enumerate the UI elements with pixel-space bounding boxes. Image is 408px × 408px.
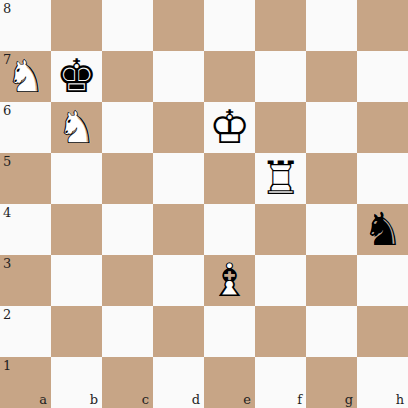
file-label-e: e	[243, 393, 251, 406]
square-d7[interactable]	[153, 51, 204, 102]
square-b1[interactable]: b	[51, 357, 102, 408]
white-rook-line-glyph: ♖	[255, 153, 306, 204]
square-a6[interactable]: 6	[0, 102, 51, 153]
square-e1[interactable]: e	[204, 357, 255, 408]
square-a3[interactable]: 3	[0, 255, 51, 306]
square-f5[interactable]: ♜♖	[255, 153, 306, 204]
square-c3[interactable]	[102, 255, 153, 306]
square-a2[interactable]: 2	[0, 306, 51, 357]
file-label-d: d	[192, 393, 200, 406]
rank-label-2: 2	[3, 308, 11, 321]
square-b7[interactable]: ♚♚	[51, 51, 102, 102]
square-f8[interactable]	[255, 0, 306, 51]
square-c6[interactable]	[102, 102, 153, 153]
square-d3[interactable]	[153, 255, 204, 306]
rank-label-4: 4	[3, 206, 11, 219]
square-b2[interactable]	[51, 306, 102, 357]
square-c1[interactable]: c	[102, 357, 153, 408]
square-c4[interactable]	[102, 204, 153, 255]
square-a8[interactable]: 8	[0, 0, 51, 51]
square-c8[interactable]	[102, 0, 153, 51]
rank-label-8: 8	[3, 2, 11, 15]
chess-board-wrap: 87♞♘♚♚6♞♘♚♔5♜♖4♞♞3♝♗21abcdefgh	[0, 0, 408, 408]
white-knight-line-glyph: ♘	[0, 51, 51, 102]
file-label-h: h	[396, 393, 404, 406]
square-a5[interactable]: 5	[0, 153, 51, 204]
chess-board: 87♞♘♚♚6♞♘♚♔5♜♖4♞♞3♝♗21abcdefgh	[0, 0, 408, 408]
file-label-b: b	[90, 393, 98, 406]
white-knight[interactable]: ♞♘	[0, 51, 51, 102]
rank-label-5: 5	[3, 155, 11, 168]
square-a7[interactable]: 7♞♘	[0, 51, 51, 102]
square-h4[interactable]: ♞♞	[357, 204, 408, 255]
square-a4[interactable]: 4	[0, 204, 51, 255]
square-f4[interactable]	[255, 204, 306, 255]
square-c2[interactable]	[102, 306, 153, 357]
white-king-line-glyph: ♔	[204, 102, 255, 153]
square-c7[interactable]	[102, 51, 153, 102]
black-knight-line-glyph: ♞	[357, 204, 408, 255]
square-d5[interactable]	[153, 153, 204, 204]
black-king[interactable]: ♚♚	[51, 51, 102, 102]
square-b8[interactable]	[51, 0, 102, 51]
white-knight[interactable]: ♞♘	[51, 102, 102, 153]
rank-label-3: 3	[3, 257, 11, 270]
file-label-c: c	[142, 393, 149, 406]
square-d6[interactable]	[153, 102, 204, 153]
square-g7[interactable]	[306, 51, 357, 102]
square-d4[interactable]	[153, 204, 204, 255]
square-b3[interactable]	[51, 255, 102, 306]
square-b6[interactable]: ♞♘	[51, 102, 102, 153]
square-h5[interactable]	[357, 153, 408, 204]
square-e8[interactable]	[204, 0, 255, 51]
square-b5[interactable]	[51, 153, 102, 204]
square-h8[interactable]	[357, 0, 408, 51]
rank-label-1: 1	[3, 359, 11, 372]
rank-label-6: 6	[3, 104, 11, 117]
square-c5[interactable]	[102, 153, 153, 204]
square-g4[interactable]	[306, 204, 357, 255]
square-e7[interactable]	[204, 51, 255, 102]
square-h2[interactable]	[357, 306, 408, 357]
white-bishop-line-glyph: ♗	[204, 255, 255, 306]
square-f1[interactable]: f	[255, 357, 306, 408]
black-king-line-glyph: ♚	[51, 51, 102, 102]
square-f7[interactable]	[255, 51, 306, 102]
white-bishop[interactable]: ♝♗	[204, 255, 255, 306]
square-h7[interactable]	[357, 51, 408, 102]
square-g1[interactable]: g	[306, 357, 357, 408]
square-h3[interactable]	[357, 255, 408, 306]
square-e3[interactable]: ♝♗	[204, 255, 255, 306]
square-e6[interactable]: ♚♔	[204, 102, 255, 153]
square-f6[interactable]	[255, 102, 306, 153]
file-label-a: a	[39, 393, 47, 406]
square-a1[interactable]: 1a	[0, 357, 51, 408]
square-h1[interactable]: h	[357, 357, 408, 408]
file-label-g: g	[345, 393, 353, 406]
white-king[interactable]: ♚♔	[204, 102, 255, 153]
square-g8[interactable]	[306, 0, 357, 51]
file-label-f: f	[297, 393, 302, 406]
square-g5[interactable]	[306, 153, 357, 204]
square-g2[interactable]	[306, 306, 357, 357]
square-b4[interactable]	[51, 204, 102, 255]
square-d2[interactable]	[153, 306, 204, 357]
square-h6[interactable]	[357, 102, 408, 153]
square-f3[interactable]	[255, 255, 306, 306]
square-d1[interactable]: d	[153, 357, 204, 408]
white-rook[interactable]: ♜♖	[255, 153, 306, 204]
square-f2[interactable]	[255, 306, 306, 357]
black-knight[interactable]: ♞♞	[357, 204, 408, 255]
square-d8[interactable]	[153, 0, 204, 51]
square-g6[interactable]	[306, 102, 357, 153]
square-e4[interactable]	[204, 204, 255, 255]
white-knight-line-glyph: ♘	[51, 102, 102, 153]
square-e5[interactable]	[204, 153, 255, 204]
square-g3[interactable]	[306, 255, 357, 306]
square-e2[interactable]	[204, 306, 255, 357]
